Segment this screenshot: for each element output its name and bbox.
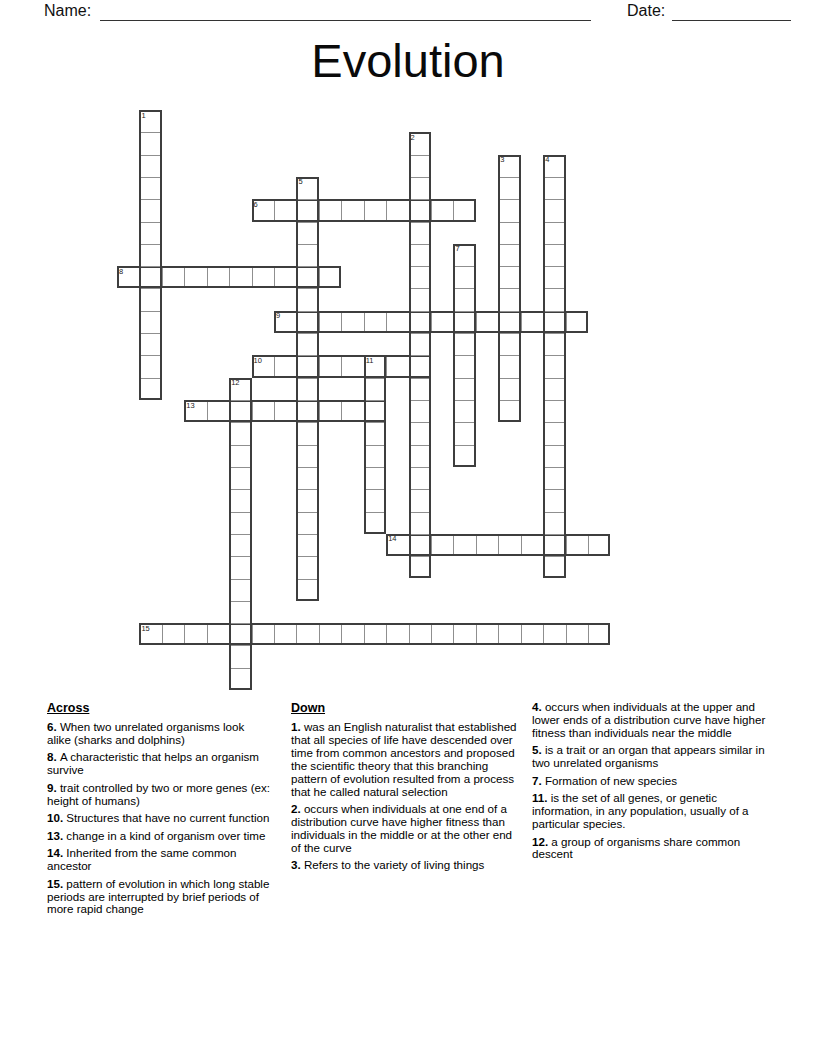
grid-cell[interactable]: [164, 625, 186, 647]
grid-cell[interactable]: [545, 558, 567, 580]
cell-separator: [411, 422, 429, 423]
clue-15: 15. pattern of evolution in which long s…: [47, 878, 271, 917]
grid-cell[interactable]: [500, 625, 522, 647]
grid-cell[interactable]: [321, 268, 343, 290]
grid-cell[interactable]: [254, 402, 276, 424]
cell-separator: [455, 400, 473, 401]
grid-cell[interactable]: [411, 424, 433, 446]
cell-separator: [319, 625, 320, 643]
grid-cell[interactable]: [231, 491, 253, 513]
cell-separator: [141, 378, 159, 379]
cell-separator: [411, 489, 429, 490]
grid-cell[interactable]: [209, 268, 231, 290]
grid-cell[interactable]: [231, 424, 253, 446]
grid-cell[interactable]: [343, 313, 365, 335]
grid-cell[interactable]: [298, 536, 320, 558]
grid-cell[interactable]: [254, 625, 276, 647]
cell-separator: [476, 625, 477, 643]
grid-number-2: 2: [411, 134, 415, 142]
clue-number-label: 14.: [47, 846, 66, 859]
grid-cell[interactable]: [545, 424, 567, 446]
grid-cell[interactable]: [298, 246, 320, 268]
date-label: Date:: [627, 2, 665, 20]
clue-11: 11. is the set of all genes, or genetic …: [532, 792, 766, 831]
clue-4: 4. occurs when individuals at the upper …: [532, 701, 766, 740]
grid-cell[interactable]: [186, 268, 208, 290]
cell-separator: [543, 625, 544, 643]
grid-number-5: 5: [298, 178, 302, 186]
grid-cell[interactable]: [411, 469, 433, 491]
grid-cell[interactable]: [545, 290, 567, 312]
grid-cell[interactable]: [500, 224, 522, 246]
grid-cell[interactable]: [411, 224, 433, 246]
cell-separator: [500, 400, 518, 401]
cell-separator: [298, 512, 316, 513]
cell-separator: [207, 402, 208, 420]
grid-cell[interactable]: [411, 402, 433, 424]
grid-cell[interactable]: [388, 357, 410, 379]
grid-cell[interactable]: [411, 558, 433, 580]
grid-number-7: 7: [455, 245, 459, 253]
cell-separator: [231, 400, 249, 401]
clue-number-label: 5.: [532, 743, 545, 756]
grid-cell[interactable]: [478, 536, 500, 558]
grid-cell[interactable]: [411, 491, 433, 513]
grid-cell[interactable]: [298, 625, 320, 647]
grid-cell[interactable]: [545, 536, 567, 558]
grid-cell[interactable]: [388, 625, 410, 647]
grid-cell[interactable]: [141, 313, 163, 335]
grid-cell[interactable]: [545, 469, 567, 491]
grid-cell[interactable]: [545, 335, 567, 357]
grid-cell[interactable]: [568, 313, 590, 335]
clue-14: 14. Inherited from the same common ances…: [47, 847, 271, 873]
cell-separator: [298, 311, 316, 312]
grid-cell[interactable]: [298, 335, 320, 357]
grid-cell[interactable]: [545, 357, 567, 379]
cell-separator: [411, 467, 429, 468]
grid-cell[interactable]: [321, 357, 343, 379]
grid-number-10: 10: [254, 357, 262, 365]
grid-cell[interactable]: [298, 447, 320, 469]
grid-cell[interactable]: [366, 402, 388, 424]
grid-cell[interactable]: [411, 268, 433, 290]
clue-2: 2. occurs when individuals at one end of…: [291, 803, 521, 855]
cell-separator: [141, 155, 159, 156]
grid-cell[interactable]: [298, 424, 320, 446]
grid-cell[interactable]: [455, 447, 477, 469]
grid-cell[interactable]: [411, 335, 433, 357]
cell-separator: [545, 244, 563, 245]
grid-number-15: 15: [141, 625, 149, 633]
grid-cell[interactable]: [366, 625, 388, 647]
grid-cell[interactable]: [298, 313, 320, 335]
clue-number-label: 12.: [532, 835, 551, 848]
cell-separator: [453, 536, 454, 554]
cell-separator: [366, 512, 384, 513]
grid-cell[interactable]: [590, 625, 612, 647]
cell-separator: [141, 199, 159, 200]
across-heading: Across: [47, 701, 271, 715]
cell-separator: [386, 313, 387, 331]
down-clues-column-right: 4. occurs when individuals at the upper …: [532, 701, 766, 866]
grid-cell[interactable]: [321, 201, 343, 223]
grid-cell[interactable]: [298, 380, 320, 402]
grid-cell[interactable]: [141, 335, 163, 357]
grid-cell[interactable]: [231, 581, 253, 603]
grid-cell[interactable]: [545, 402, 567, 424]
grid-cell[interactable]: [141, 357, 163, 379]
grid-cell[interactable]: [298, 491, 320, 513]
cell-separator: [141, 177, 159, 178]
grid-cell[interactable]: [231, 558, 253, 580]
grid-cell[interactable]: [455, 290, 477, 312]
cell-separator: [411, 244, 429, 245]
cell-separator: [545, 512, 563, 513]
grid-cell[interactable]: [209, 625, 231, 647]
cell-separator: [521, 625, 522, 643]
cell-separator: [141, 132, 159, 133]
grid-number-13: 13: [186, 402, 194, 410]
grid-cell[interactable]: [545, 380, 567, 402]
cell-separator: [364, 313, 365, 331]
grid-cell[interactable]: [590, 536, 612, 558]
grid-cell[interactable]: [141, 290, 163, 312]
grid-cell[interactable]: [366, 380, 388, 402]
grid-cell[interactable]: [500, 201, 522, 223]
grid-cell[interactable]: [545, 179, 567, 201]
grid-cell[interactable]: [186, 625, 208, 647]
grid-cell[interactable]: [568, 536, 590, 558]
word-1-down-outline: [139, 110, 161, 400]
grid-cell[interactable]: [298, 558, 320, 580]
crossword-grid: 123456789101112131415: [117, 110, 611, 691]
cell-separator: [366, 378, 384, 379]
grid-cell[interactable]: [231, 625, 253, 647]
grid-cell[interactable]: [411, 290, 433, 312]
grid-cell[interactable]: [141, 179, 163, 201]
cell-separator: [141, 355, 159, 356]
grid-cell[interactable]: [276, 268, 298, 290]
word-2-down-outline: [409, 132, 431, 578]
cell-separator: [298, 222, 316, 223]
cell-separator: [431, 625, 432, 643]
grid-cell[interactable]: [254, 268, 276, 290]
grid-cell[interactable]: [545, 447, 567, 469]
grid-cell[interactable]: [343, 201, 365, 223]
grid-cell[interactable]: [321, 625, 343, 647]
clue-number-label: 2.: [291, 802, 304, 815]
cell-separator: [411, 445, 429, 446]
grid-cell[interactable]: [433, 625, 455, 647]
grid-cell[interactable]: [411, 313, 433, 335]
grid-cell[interactable]: [433, 536, 455, 558]
cell-separator: [411, 333, 429, 334]
grid-cell[interactable]: [276, 625, 298, 647]
grid-cell[interactable]: [366, 313, 388, 335]
cell-separator: [545, 556, 563, 557]
cell-separator: [366, 422, 384, 423]
grid-cell[interactable]: [298, 581, 320, 603]
grid-cell[interactable]: [231, 647, 253, 669]
grid-cell[interactable]: [141, 157, 163, 179]
cell-separator: [500, 199, 518, 200]
grid-cell[interactable]: [411, 380, 433, 402]
grid-cell[interactable]: [500, 380, 522, 402]
grid-cell[interactable]: [298, 514, 320, 536]
cell-separator: [545, 311, 563, 312]
word-11-down-outline: [364, 355, 386, 533]
cell-separator: [411, 378, 429, 379]
grid-number-3: 3: [500, 156, 504, 164]
grid-cell[interactable]: [455, 625, 477, 647]
grid-cell[interactable]: [411, 357, 433, 379]
clue-number-label: 4.: [532, 700, 545, 713]
grid-cell[interactable]: [455, 201, 477, 223]
cell-separator: [298, 489, 316, 490]
grid-cell[interactable]: [231, 536, 253, 558]
clue-number-label: 6.: [47, 720, 60, 733]
cell-separator: [545, 422, 563, 423]
clue-number-label: 11.: [532, 791, 551, 804]
cell-separator: [455, 288, 473, 289]
cell-separator: [588, 625, 589, 643]
grid-cell[interactable]: [545, 201, 567, 223]
grid-cell[interactable]: [500, 313, 522, 335]
cell-separator: [231, 445, 249, 446]
cell-separator: [274, 268, 275, 286]
grid-cell[interactable]: [411, 536, 433, 558]
grid-cell[interactable]: [276, 402, 298, 424]
grid-cell[interactable]: [545, 625, 567, 647]
grid-cell[interactable]: [141, 246, 163, 268]
clue-number-label: 13.: [47, 829, 66, 842]
grid-cell[interactable]: [231, 268, 253, 290]
grid-cell[interactable]: [433, 201, 455, 223]
grid-cell[interactable]: [545, 246, 567, 268]
grid-cell[interactable]: [231, 469, 253, 491]
cell-separator: [298, 244, 316, 245]
cell-separator: [298, 333, 316, 334]
grid-cell[interactable]: [545, 491, 567, 513]
grid-cell[interactable]: [500, 335, 522, 357]
grid-cell[interactable]: [455, 357, 477, 379]
cell-separator: [545, 355, 563, 356]
grid-cell[interactable]: [298, 224, 320, 246]
grid-cell[interactable]: [141, 380, 163, 402]
grid-cell[interactable]: [231, 603, 253, 625]
grid-cell[interactable]: [366, 491, 388, 513]
cell-separator: [411, 534, 429, 535]
grid-cell[interactable]: [141, 268, 163, 290]
grid-cell[interactable]: [568, 625, 590, 647]
grid-cell[interactable]: [411, 157, 433, 179]
grid-cell[interactable]: [343, 357, 365, 379]
cell-separator: [545, 222, 563, 223]
grid-cell[interactable]: [366, 201, 388, 223]
grid-number-12: 12: [231, 379, 239, 387]
grid-cell[interactable]: [478, 625, 500, 647]
grid-cell[interactable]: [411, 246, 433, 268]
grid-number-6: 6: [254, 201, 258, 209]
worksheet-page: Name: Date: Evolution 123456789101112131…: [0, 0, 816, 1056]
cell-separator: [207, 625, 208, 643]
grid-cell[interactable]: [141, 224, 163, 246]
grid-cell[interactable]: [298, 268, 320, 290]
grid-cell[interactable]: [366, 447, 388, 469]
grid-cell[interactable]: [523, 625, 545, 647]
grid-cell[interactable]: [500, 357, 522, 379]
cell-separator: [341, 201, 342, 219]
clue-12: 12. a group of organisms share common de…: [532, 836, 766, 862]
cell-separator: [366, 445, 384, 446]
grid-cell[interactable]: [321, 313, 343, 335]
clue-number-label: 9.: [47, 781, 60, 794]
cell-separator: [298, 534, 316, 535]
cell-separator: [366, 489, 384, 490]
grid-cell[interactable]: [276, 201, 298, 223]
grid-cell[interactable]: [411, 179, 433, 201]
word-4-down-outline: [543, 155, 565, 579]
grid-cell[interactable]: [209, 402, 231, 424]
cell-separator: [366, 467, 384, 468]
cell-separator: [231, 489, 249, 490]
grid-cell[interactable]: [321, 402, 343, 424]
grid-cell[interactable]: [231, 447, 253, 469]
cell-separator: [341, 402, 342, 420]
grid-cell[interactable]: [455, 424, 477, 446]
grid-cell[interactable]: [455, 380, 477, 402]
grid-cell[interactable]: [411, 514, 433, 536]
cell-separator: [545, 266, 563, 267]
clue-number-label: 8.: [47, 750, 60, 763]
grid-cell[interactable]: [366, 424, 388, 446]
cell-separator: [455, 355, 473, 356]
grid-cell[interactable]: [545, 313, 567, 335]
grid-cell[interactable]: [343, 625, 365, 647]
grid-cell[interactable]: [231, 670, 253, 692]
grid-cell[interactable]: [411, 201, 433, 223]
down-clues-column-left: Down 1. was an English naturalist that e…: [291, 701, 521, 877]
grid-cell[interactable]: [298, 469, 320, 491]
grid-cell[interactable]: [523, 536, 545, 558]
grid-cell[interactable]: [298, 201, 320, 223]
cell-separator: [545, 400, 563, 401]
grid-cell[interactable]: [500, 402, 522, 424]
name-input-line[interactable]: [100, 3, 591, 21]
cell-separator: [411, 512, 429, 513]
word-10-across-outline: [252, 355, 431, 377]
grid-cell[interactable]: [545, 514, 567, 536]
grid-cell[interactable]: [500, 179, 522, 201]
grid-cell[interactable]: [388, 313, 410, 335]
date-input-line[interactable]: [672, 3, 791, 21]
cell-separator: [455, 266, 473, 267]
cell-separator: [545, 177, 563, 178]
grid-cell[interactable]: [455, 536, 477, 558]
cell-separator: [231, 623, 249, 624]
grid-cell[interactable]: [366, 469, 388, 491]
cell-separator: [274, 625, 275, 643]
cell-separator: [455, 311, 473, 312]
cell-separator: [521, 536, 522, 554]
cell-separator: [341, 313, 342, 331]
cell-separator: [274, 402, 275, 420]
cell-separator: [341, 625, 342, 643]
cell-separator: [545, 534, 563, 535]
grid-cell[interactable]: [455, 313, 477, 335]
grid-cell[interactable]: [455, 335, 477, 357]
grid-cell[interactable]: [500, 246, 522, 268]
grid-cell[interactable]: [478, 313, 500, 335]
grid-cell[interactable]: [141, 201, 163, 223]
clue-5: 5. is a trait or an organ that appears s…: [532, 744, 766, 770]
cell-separator: [588, 536, 589, 554]
grid-cell[interactable]: [523, 313, 545, 335]
grid-cell[interactable]: [276, 357, 298, 379]
grid-cell[interactable]: [343, 402, 365, 424]
cell-separator: [231, 534, 249, 535]
grid-cell[interactable]: [164, 268, 186, 290]
grid-cell[interactable]: [411, 447, 433, 469]
grid-cell[interactable]: [298, 290, 320, 312]
grid-cell[interactable]: [545, 268, 567, 290]
cell-separator: [453, 201, 454, 219]
cell-separator: [411, 311, 429, 312]
grid-cell[interactable]: [545, 224, 567, 246]
cell-separator: [274, 201, 275, 219]
grid-cell[interactable]: [411, 625, 433, 647]
grid-cell[interactable]: [141, 134, 163, 156]
clue-13: 13. change in a kind of organism over ti…: [47, 830, 271, 843]
cell-separator: [252, 268, 253, 286]
grid-number-8: 8: [119, 268, 123, 276]
grid-cell[interactable]: [298, 357, 320, 379]
cell-separator: [207, 268, 208, 286]
grid-cell[interactable]: [455, 268, 477, 290]
grid-cell[interactable]: [500, 290, 522, 312]
cell-separator: [366, 400, 384, 401]
word-6-across-outline: [252, 199, 476, 221]
down-heading: Down: [291, 701, 521, 715]
cell-separator: [231, 556, 249, 557]
grid-cell[interactable]: [366, 514, 388, 536]
grid-cell[interactable]: [388, 201, 410, 223]
cell-separator: [141, 222, 159, 223]
grid-cell[interactable]: [500, 268, 522, 290]
cell-separator: [364, 625, 365, 643]
grid-number-1: 1: [141, 112, 145, 120]
cell-separator: [545, 489, 563, 490]
cell-separator: [231, 601, 249, 602]
cell-separator: [231, 579, 249, 580]
cell-separator: [298, 579, 316, 580]
grid-cell[interactable]: [433, 313, 455, 335]
grid-cell[interactable]: [500, 536, 522, 558]
grid-cell[interactable]: [298, 402, 320, 424]
cell-separator: [231, 645, 249, 646]
cell-separator: [500, 333, 518, 334]
word-13-across-outline: [184, 400, 386, 422]
cell-separator: [545, 378, 563, 379]
cell-separator: [341, 357, 342, 375]
grid-cell[interactable]: [231, 514, 253, 536]
word-12-down-outline: [229, 378, 251, 690]
clue-number-label: 10.: [47, 811, 66, 824]
grid-cell[interactable]: [231, 402, 253, 424]
grid-cell[interactable]: [455, 402, 477, 424]
cell-separator: [500, 378, 518, 379]
